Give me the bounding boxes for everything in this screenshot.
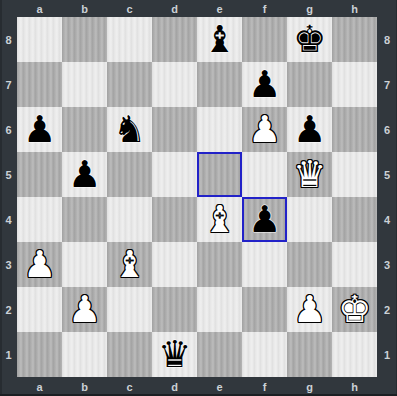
rank-label-6: 6 (0, 107, 17, 152)
piece-white-queen[interactable]: ♛ (293, 152, 326, 197)
rank-label-4: 4 (0, 197, 17, 242)
square-d7[interactable] (152, 62, 197, 107)
square-e2[interactable] (197, 287, 242, 332)
square-c8[interactable] (107, 17, 152, 62)
file-label-e: e (197, 377, 242, 396)
square-b8[interactable] (62, 17, 107, 62)
square-g1[interactable] (287, 332, 332, 377)
file-label-f: f (242, 377, 287, 396)
rank-label-1: 1 (0, 332, 17, 377)
rank-label-3: 3 (377, 242, 397, 287)
square-h1[interactable] (332, 332, 377, 377)
file-label-d: d (152, 0, 197, 17)
square-c5[interactable] (107, 152, 152, 197)
file-label-g: g (287, 0, 332, 17)
square-h8[interactable] (332, 17, 377, 62)
rank-label-7: 7 (0, 62, 17, 107)
piece-white-pawn[interactable]: ♟ (23, 242, 56, 287)
square-f1[interactable] (242, 332, 287, 377)
piece-black-king[interactable]: ♚ (293, 17, 326, 62)
square-b1[interactable] (62, 332, 107, 377)
file-label-c: c (107, 0, 152, 17)
file-labels-top: abcdefgh (17, 0, 377, 17)
piece-black-pawn[interactable]: ♟ (68, 152, 101, 197)
square-f2[interactable] (242, 287, 287, 332)
file-label-h: h (332, 377, 377, 396)
piece-black-queen[interactable]: ♛ (158, 332, 191, 377)
square-e7[interactable] (197, 62, 242, 107)
square-h2[interactable]: ♚ (332, 287, 377, 332)
piece-black-pawn[interactable]: ♟ (293, 107, 326, 152)
piece-white-bishop[interactable]: ♝ (203, 197, 236, 242)
square-d3[interactable] (152, 242, 197, 287)
chess-board[interactable]: ♝♚♟♟♞♟♟♟♛♝♟♟♝♟♟♚♛ (17, 17, 377, 377)
file-label-h: h (332, 0, 377, 17)
square-g4[interactable] (287, 197, 332, 242)
rank-label-5: 5 (0, 152, 17, 197)
rank-label-7: 7 (377, 62, 397, 107)
square-d2[interactable] (152, 287, 197, 332)
file-label-e: e (197, 0, 242, 17)
square-e8[interactable]: ♝ (197, 17, 242, 62)
square-h5[interactable] (332, 152, 377, 197)
rank-label-3: 3 (0, 242, 17, 287)
square-b5[interactable]: ♟ (62, 152, 107, 197)
square-f7[interactable]: ♟ (242, 62, 287, 107)
rank-labels-left: 87654321 (0, 17, 17, 377)
square-d8[interactable] (152, 17, 197, 62)
square-a8[interactable] (17, 17, 62, 62)
file-label-g: g (287, 377, 332, 396)
rank-label-4: 4 (377, 197, 397, 242)
rank-label-8: 8 (377, 17, 397, 62)
square-g5[interactable]: ♛ (287, 152, 332, 197)
square-d4[interactable] (152, 197, 197, 242)
file-label-a: a (17, 377, 62, 396)
square-b3[interactable] (62, 242, 107, 287)
square-e4[interactable]: ♝ (197, 197, 242, 242)
piece-black-bishop[interactable]: ♝ (203, 17, 236, 62)
piece-white-bishop[interactable]: ♝ (113, 242, 146, 287)
rank-labels-right: 87654321 (377, 17, 397, 377)
square-c4[interactable] (107, 197, 152, 242)
file-label-a: a (17, 0, 62, 17)
rank-label-6: 6 (377, 107, 397, 152)
square-g7[interactable] (287, 62, 332, 107)
square-f8[interactable] (242, 17, 287, 62)
square-e6[interactable] (197, 107, 242, 152)
file-label-b: b (62, 377, 107, 396)
rank-label-1: 1 (377, 332, 397, 377)
piece-white-pawn[interactable]: ♟ (293, 287, 326, 332)
piece-black-pawn[interactable]: ♟ (23, 107, 56, 152)
file-label-c: c (107, 377, 152, 396)
rank-label-2: 2 (0, 287, 17, 332)
square-b4[interactable] (62, 197, 107, 242)
square-b7[interactable] (62, 62, 107, 107)
square-a1[interactable] (17, 332, 62, 377)
square-h7[interactable] (332, 62, 377, 107)
square-f6[interactable]: ♟ (242, 107, 287, 152)
square-b2[interactable]: ♟ (62, 287, 107, 332)
square-h4[interactable] (332, 197, 377, 242)
piece-white-pawn[interactable]: ♟ (68, 287, 101, 332)
piece-black-knight[interactable]: ♞ (113, 107, 146, 152)
square-d5[interactable] (152, 152, 197, 197)
square-c1[interactable] (107, 332, 152, 377)
square-a7[interactable] (17, 62, 62, 107)
file-labels-bottom: abcdefgh (17, 377, 377, 396)
rank-label-8: 8 (0, 17, 17, 62)
square-c2[interactable] (107, 287, 152, 332)
square-b6[interactable] (62, 107, 107, 152)
square-a5[interactable] (17, 152, 62, 197)
square-h3[interactable] (332, 242, 377, 287)
square-a3[interactable]: ♟ (17, 242, 62, 287)
file-label-d: d (152, 377, 197, 396)
chess-board-frame: abcdefgh ♝♚♟♟♞♟♟♟♛♝♟♟♝♟♟♚♛ abcdefgh 8765… (0, 0, 397, 396)
square-a2[interactable] (17, 287, 62, 332)
file-label-f: f (242, 0, 287, 17)
square-a4[interactable] (17, 197, 62, 242)
square-c3[interactable]: ♝ (107, 242, 152, 287)
square-d6[interactable] (152, 107, 197, 152)
square-a6[interactable]: ♟ (17, 107, 62, 152)
square-f5[interactable] (242, 152, 287, 197)
square-e5[interactable] (197, 152, 242, 197)
piece-black-pawn[interactable]: ♟ (248, 62, 281, 107)
square-c7[interactable] (107, 62, 152, 107)
square-e1[interactable] (197, 332, 242, 377)
square-f3[interactable] (242, 242, 287, 287)
square-f4[interactable]: ♟ (242, 197, 287, 242)
square-c6[interactable]: ♞ (107, 107, 152, 152)
square-g6[interactable]: ♟ (287, 107, 332, 152)
square-d1[interactable]: ♛ (152, 332, 197, 377)
square-h6[interactable] (332, 107, 377, 152)
piece-black-pawn[interactable]: ♟ (248, 197, 281, 242)
square-g3[interactable] (287, 242, 332, 287)
piece-white-pawn[interactable]: ♟ (248, 107, 281, 152)
square-e3[interactable] (197, 242, 242, 287)
square-g8[interactable]: ♚ (287, 17, 332, 62)
square-g2[interactable]: ♟ (287, 287, 332, 332)
rank-label-5: 5 (377, 152, 397, 197)
piece-white-king[interactable]: ♚ (338, 287, 371, 332)
file-label-b: b (62, 0, 107, 17)
rank-label-2: 2 (377, 287, 397, 332)
